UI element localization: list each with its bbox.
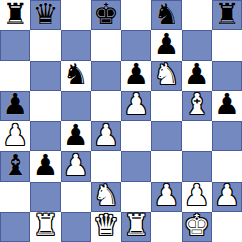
square-e6[interactable]: ♟ bbox=[121, 61, 151, 91]
white-rook-piece[interactable]: ♜ bbox=[123, 212, 149, 241]
white-pawn-piece[interactable]: ♟ bbox=[63, 151, 89, 180]
square-g6[interactable]: ♟ bbox=[182, 61, 212, 91]
square-h6[interactable] bbox=[212, 61, 242, 91]
square-c4[interactable]: ♟ bbox=[61, 121, 91, 151]
square-h1[interactable] bbox=[212, 212, 242, 242]
square-b3[interactable]: ♟ bbox=[30, 151, 60, 181]
white-pawn-piece[interactable]: ♟ bbox=[214, 182, 240, 211]
square-a7[interactable] bbox=[0, 30, 30, 60]
square-c2[interactable] bbox=[61, 182, 91, 212]
square-g4[interactable] bbox=[182, 121, 212, 151]
square-a5[interactable]: ♟ bbox=[0, 91, 30, 121]
square-g5[interactable]: ♝ bbox=[182, 91, 212, 121]
black-pawn-piece[interactable]: ♟ bbox=[184, 61, 210, 90]
square-f4[interactable] bbox=[151, 121, 181, 151]
square-c3[interactable]: ♟ bbox=[61, 151, 91, 181]
square-g2[interactable]: ♟ bbox=[182, 182, 212, 212]
white-pawn-piece[interactable]: ♟ bbox=[123, 91, 149, 120]
square-g7[interactable] bbox=[182, 30, 212, 60]
square-a1[interactable] bbox=[0, 212, 30, 242]
white-pawn-piece[interactable]: ♟ bbox=[2, 121, 28, 150]
white-knight-piece[interactable]: ♞ bbox=[153, 61, 179, 90]
square-c8[interactable] bbox=[61, 0, 91, 30]
white-pawn-piece[interactable]: ♟ bbox=[153, 182, 179, 211]
black-king-piece[interactable]: ♚ bbox=[93, 0, 119, 29]
white-knight-piece[interactable]: ♞ bbox=[93, 182, 119, 211]
black-pawn-piece[interactable]: ♟ bbox=[2, 91, 28, 120]
white-pawn-piece[interactable]: ♟ bbox=[184, 182, 210, 211]
black-rook-piece[interactable]: ♜ bbox=[2, 0, 28, 29]
white-pawn-piece[interactable]: ♟ bbox=[93, 121, 119, 150]
square-f1[interactable] bbox=[151, 212, 181, 242]
square-b4[interactable] bbox=[30, 121, 60, 151]
black-queen-piece[interactable]: ♛ bbox=[32, 0, 58, 29]
square-f2[interactable]: ♟ bbox=[151, 182, 181, 212]
black-pawn-piece[interactable]: ♟ bbox=[63, 121, 89, 150]
square-b5[interactable] bbox=[30, 91, 60, 121]
square-f5[interactable] bbox=[151, 91, 181, 121]
square-f3[interactable] bbox=[151, 151, 181, 181]
square-a3[interactable]: ♝ bbox=[0, 151, 30, 181]
square-a6[interactable] bbox=[0, 61, 30, 91]
square-e8[interactable] bbox=[121, 0, 151, 30]
square-f7[interactable]: ♟ bbox=[151, 30, 181, 60]
square-e1[interactable]: ♜ bbox=[121, 212, 151, 242]
square-h5[interactable]: ♟ bbox=[212, 91, 242, 121]
black-pawn-piece[interactable]: ♟ bbox=[153, 30, 179, 59]
square-d5[interactable] bbox=[91, 91, 121, 121]
square-f6[interactable]: ♞ bbox=[151, 61, 181, 91]
white-bishop-piece[interactable]: ♝ bbox=[184, 91, 210, 120]
square-c7[interactable] bbox=[61, 30, 91, 60]
square-g1[interactable]: ♚ bbox=[182, 212, 212, 242]
square-h7[interactable] bbox=[212, 30, 242, 60]
square-a2[interactable] bbox=[0, 182, 30, 212]
white-queen-piece[interactable]: ♛ bbox=[93, 212, 119, 241]
square-h3[interactable] bbox=[212, 151, 242, 181]
square-d2[interactable]: ♞ bbox=[91, 182, 121, 212]
chess-board: ♜♛♚♞♜♟♞♟♞♟♟♟♝♟♟♟♟♝♟♟♞♟♟♟♜♛♜♚ bbox=[0, 0, 242, 242]
square-d6[interactable] bbox=[91, 61, 121, 91]
square-b7[interactable] bbox=[30, 30, 60, 60]
black-bishop-piece[interactable]: ♝ bbox=[2, 151, 28, 180]
square-e3[interactable] bbox=[121, 151, 151, 181]
square-b8[interactable]: ♛ bbox=[30, 0, 60, 30]
square-f8[interactable]: ♞ bbox=[151, 0, 181, 30]
square-e4[interactable] bbox=[121, 121, 151, 151]
white-rook-piece[interactable]: ♜ bbox=[32, 212, 58, 241]
square-a8[interactable]: ♜ bbox=[0, 0, 30, 30]
square-d8[interactable]: ♚ bbox=[91, 0, 121, 30]
square-h2[interactable]: ♟ bbox=[212, 182, 242, 212]
square-d4[interactable]: ♟ bbox=[91, 121, 121, 151]
square-d1[interactable]: ♛ bbox=[91, 212, 121, 242]
square-c6[interactable]: ♞ bbox=[61, 61, 91, 91]
square-a4[interactable]: ♟ bbox=[0, 121, 30, 151]
square-d3[interactable] bbox=[91, 151, 121, 181]
square-h8[interactable]: ♜ bbox=[212, 0, 242, 30]
black-pawn-piece[interactable]: ♟ bbox=[214, 91, 240, 120]
black-rook-piece[interactable]: ♜ bbox=[214, 0, 240, 29]
square-c1[interactable] bbox=[61, 212, 91, 242]
white-king-piece[interactable]: ♚ bbox=[184, 212, 210, 241]
square-h4[interactable] bbox=[212, 121, 242, 151]
black-knight-piece[interactable]: ♞ bbox=[63, 61, 89, 90]
black-knight-piece[interactable]: ♞ bbox=[153, 0, 179, 29]
square-c5[interactable] bbox=[61, 91, 91, 121]
square-b2[interactable] bbox=[30, 182, 60, 212]
square-e7[interactable] bbox=[121, 30, 151, 60]
square-e5[interactable]: ♟ bbox=[121, 91, 151, 121]
square-b6[interactable] bbox=[30, 61, 60, 91]
square-e2[interactable] bbox=[121, 182, 151, 212]
black-pawn-piece[interactable]: ♟ bbox=[32, 151, 58, 180]
square-d7[interactable] bbox=[91, 30, 121, 60]
square-g8[interactable] bbox=[182, 0, 212, 30]
black-pawn-piece[interactable]: ♟ bbox=[123, 61, 149, 90]
square-g3[interactable] bbox=[182, 151, 212, 181]
square-b1[interactable]: ♜ bbox=[30, 212, 60, 242]
